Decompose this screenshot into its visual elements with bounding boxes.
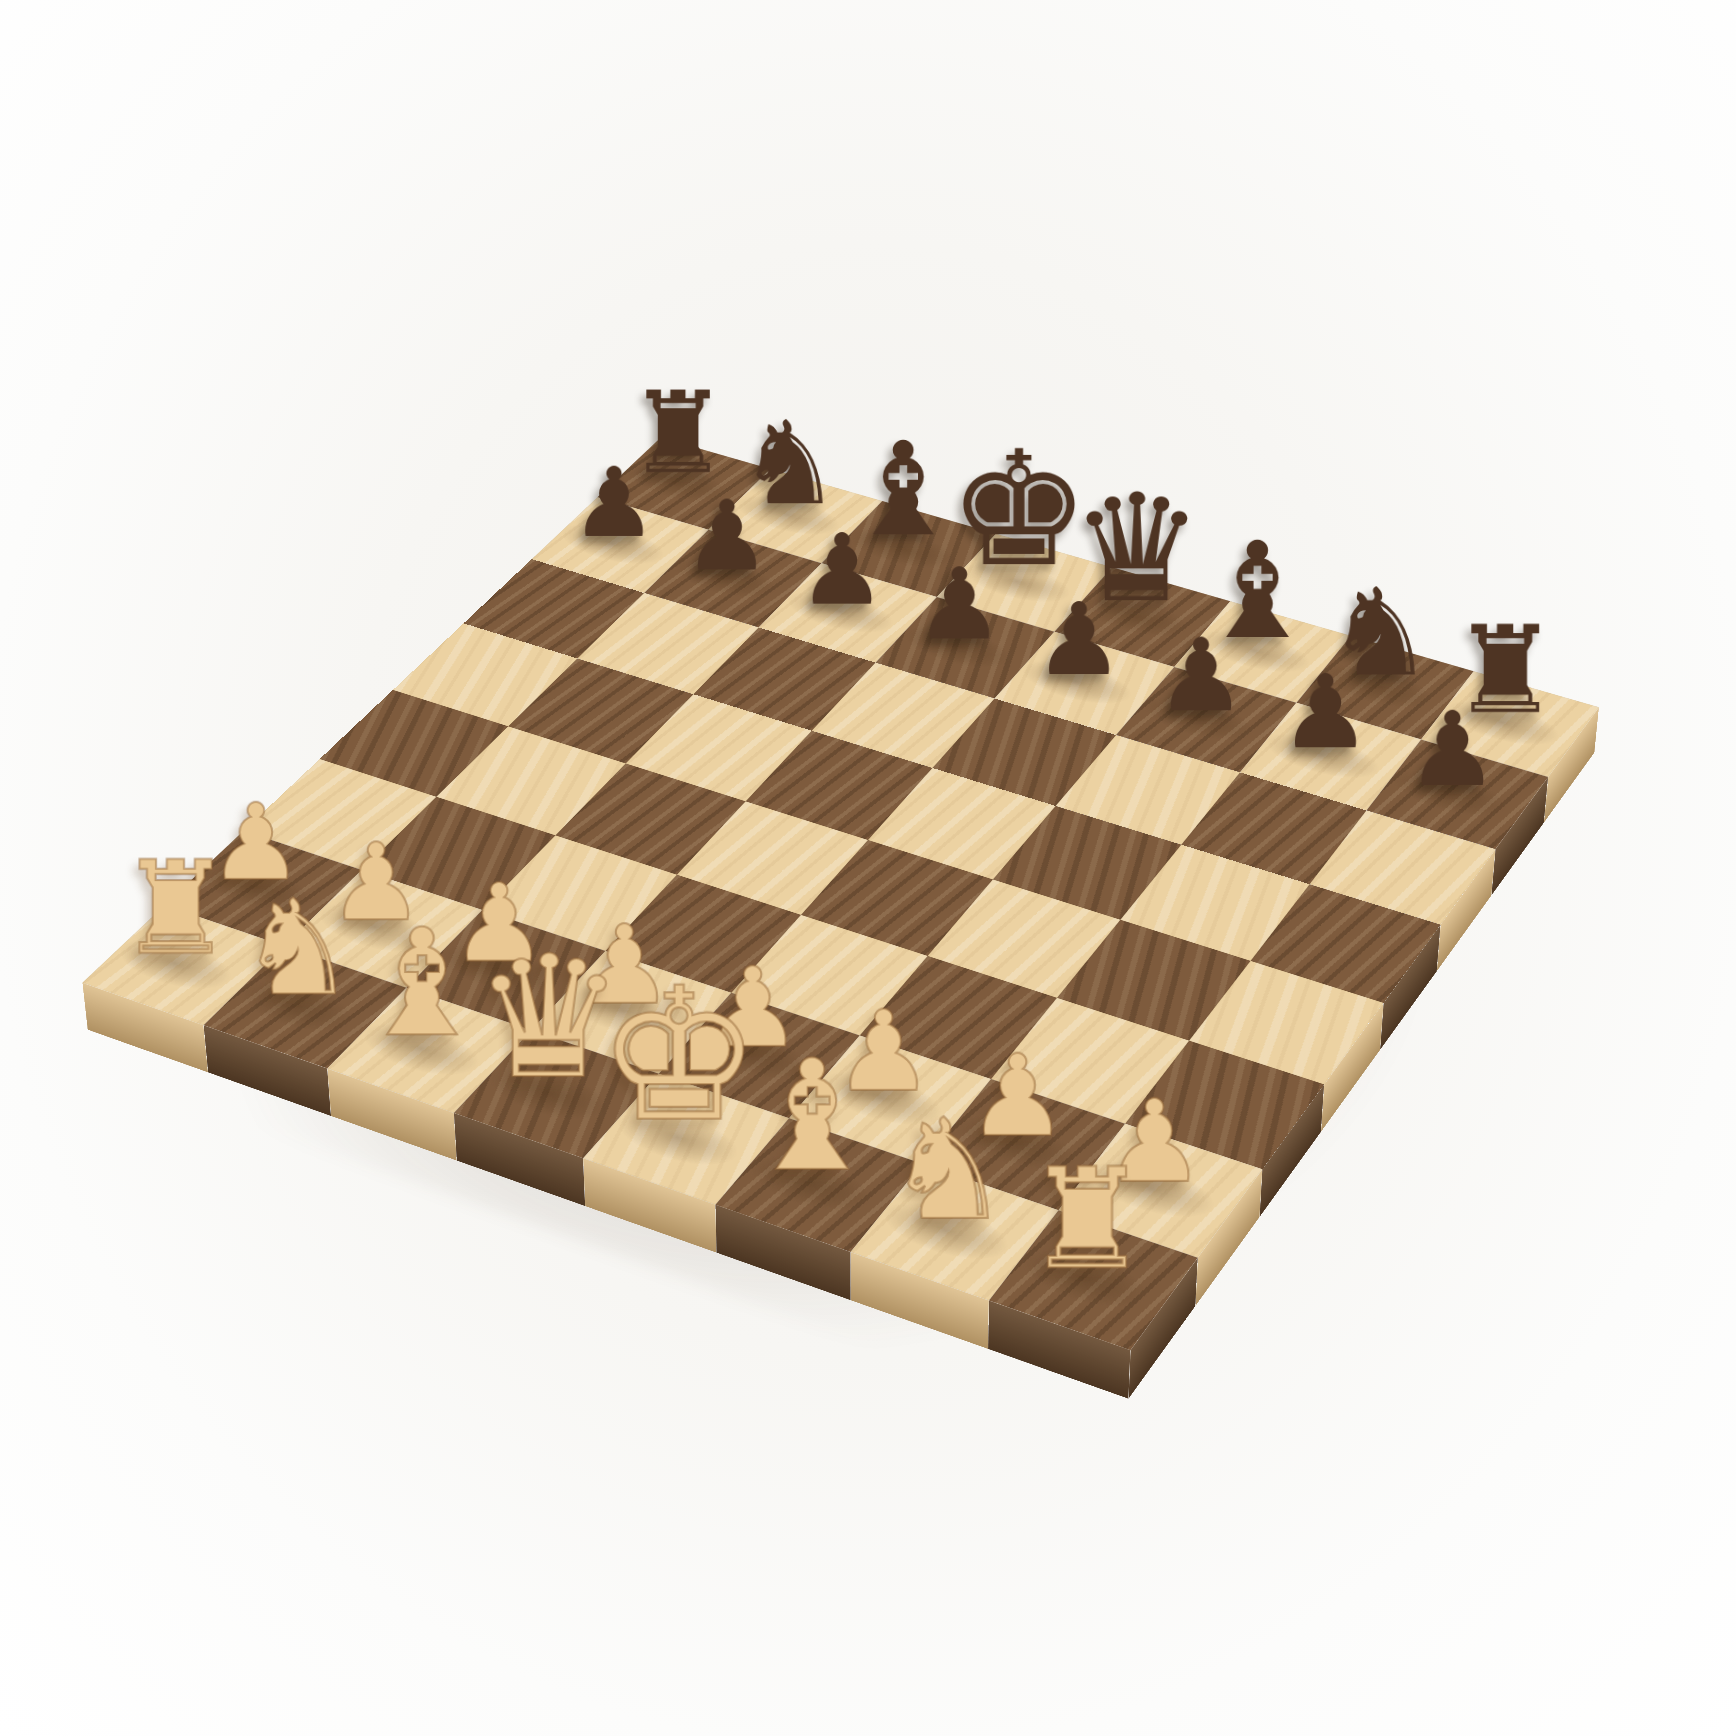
- square-a4: [320, 690, 508, 797]
- square-g4: [1057, 920, 1251, 1041]
- chess-board: ♜♞♝♚♛♝♞♜♟♟♟♟♟♟♟♟♟♟♟♟♟♟♟♟♜♞♝♛♚♝♞♜: [82, 437, 1599, 1350]
- chess-set-photo: ♜♞♝♚♛♝♞♜♟♟♟♟♟♟♟♟♟♟♟♟♟♟♟♟♜♞♝♛♚♝♞♜: [0, 0, 1736, 1736]
- perspective-stage: ♜♞♝♚♛♝♞♜♟♟♟♟♟♟♟♟♟♟♟♟♟♟♟♟♜♞♝♛♚♝♞♜: [0, 0, 1736, 1736]
- white-rook-glyph: ♜: [986, 1150, 1187, 1289]
- black-pawn-glyph: ♟: [1363, 698, 1541, 801]
- board-surface: ♜♞♝♚♛♝♞♜♟♟♟♟♟♟♟♟♟♟♟♟♟♟♟♟♜♞♝♛♚♝♞♜: [82, 437, 1599, 1350]
